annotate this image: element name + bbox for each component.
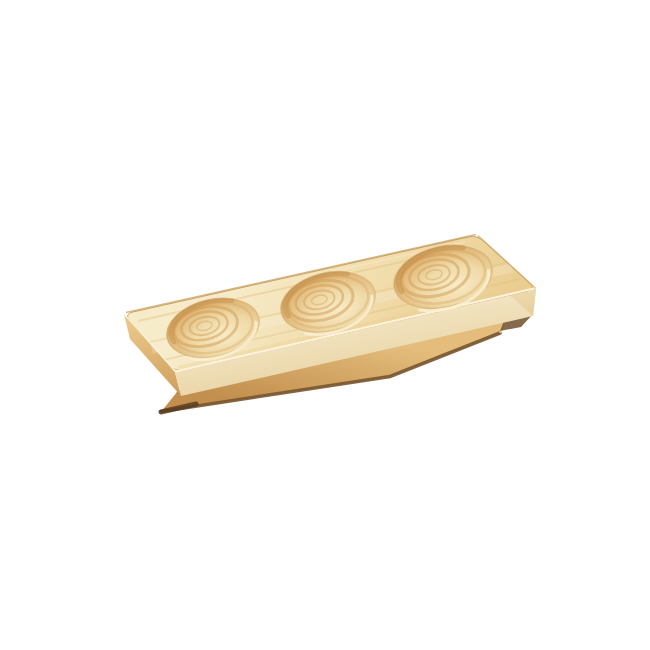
product-photo [0,0,650,650]
wooden-tray-illustration [0,0,650,650]
